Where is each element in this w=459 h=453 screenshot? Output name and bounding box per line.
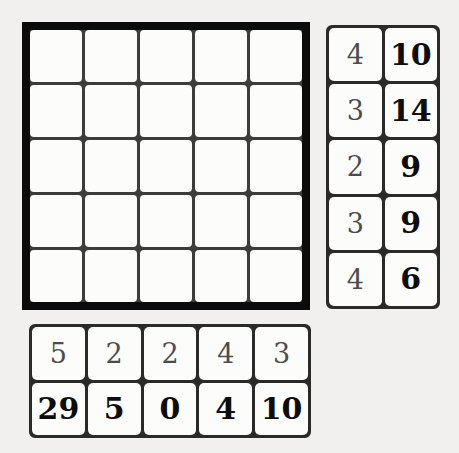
board-cell[interactable] [140, 250, 192, 302]
col-clue-sum: 29 [32, 383, 85, 436]
board-cell[interactable] [140, 30, 192, 82]
row-clues-table: 4 10 3 14 2 9 3 9 4 6 [326, 25, 440, 309]
col-clue-sum: 4 [199, 383, 252, 436]
board-cell[interactable] [250, 195, 302, 247]
board-cell[interactable] [85, 85, 137, 137]
board-cell[interactable] [30, 85, 82, 137]
col-clue-sum: 0 [144, 383, 197, 436]
board-cell[interactable] [85, 140, 137, 192]
board-cell[interactable] [85, 250, 137, 302]
row-clue-sum: 6 [385, 253, 438, 306]
col-clue-sum: 10 [255, 383, 308, 436]
board-cell[interactable] [195, 30, 247, 82]
col-clue-count: 3 [255, 327, 308, 380]
row-clue-sum: 10 [385, 28, 438, 81]
board-cell[interactable] [30, 195, 82, 247]
board-cell[interactable] [250, 140, 302, 192]
row-clue-sum: 9 [385, 140, 438, 193]
row-clue-sum: 9 [385, 197, 438, 250]
board-cell[interactable] [195, 85, 247, 137]
board-cell[interactable] [250, 85, 302, 137]
board-cell[interactable] [250, 30, 302, 82]
row-clue-count: 3 [329, 84, 382, 137]
board-cell[interactable] [140, 140, 192, 192]
col-clue-count: 2 [88, 327, 141, 380]
board-cell[interactable] [30, 30, 82, 82]
row-clue-count: 4 [329, 253, 382, 306]
board-cell[interactable] [195, 195, 247, 247]
board-cell[interactable] [85, 30, 137, 82]
col-clue-count: 2 [144, 327, 197, 380]
board-cell[interactable] [195, 140, 247, 192]
board-cell[interactable] [30, 140, 82, 192]
row-clue-count: 3 [329, 197, 382, 250]
col-clue-count: 5 [32, 327, 85, 380]
puzzle-board [22, 22, 310, 310]
col-clue-count: 4 [199, 327, 252, 380]
row-clue-count: 2 [329, 140, 382, 193]
board-cell[interactable] [30, 250, 82, 302]
row-clue-sum: 14 [385, 84, 438, 137]
board-cell[interactable] [140, 85, 192, 137]
board-cell[interactable] [195, 250, 247, 302]
puzzle-stage: 4 10 3 14 2 9 3 9 4 6 5 2 2 4 3 29 5 0 4… [0, 0, 459, 453]
board-cell[interactable] [140, 195, 192, 247]
col-clue-sum: 5 [88, 383, 141, 436]
column-clues-table: 5 2 2 4 3 29 5 0 4 10 [29, 324, 311, 438]
board-cell[interactable] [250, 250, 302, 302]
board-cell[interactable] [85, 195, 137, 247]
row-clue-count: 4 [329, 28, 382, 81]
